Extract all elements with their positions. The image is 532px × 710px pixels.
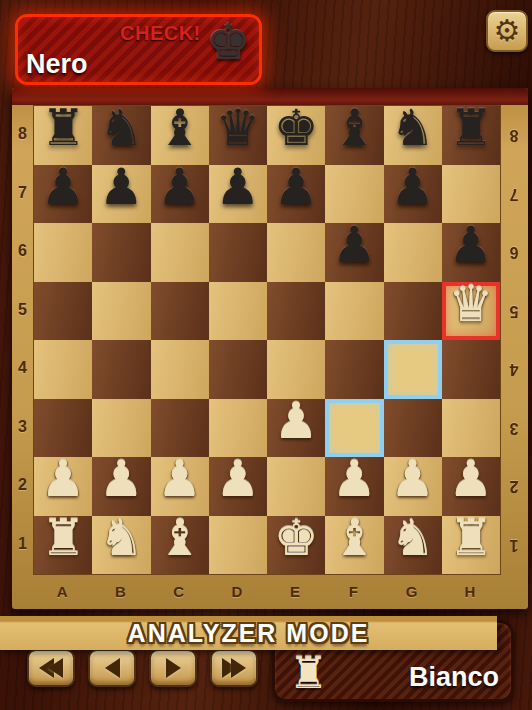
rank-label-left-7: 7	[12, 164, 33, 223]
chess-board: 87654321 87654321 ♜♞♝♛♚♝♞♜♟♟♟♟♟♟♟♟♛♟♟♟♟♟…	[12, 88, 528, 609]
square-f2[interactable]: ♟	[325, 457, 383, 516]
board-top-edge	[12, 88, 528, 105]
white-pawn-h2: ♟	[442, 450, 500, 508]
square-h4[interactable]	[442, 340, 500, 399]
square-b7[interactable]: ♟	[92, 165, 150, 224]
square-a4[interactable]	[34, 340, 92, 399]
file-label-h: H	[441, 573, 499, 609]
square-f7[interactable]	[325, 165, 383, 224]
rank-label-left-8: 8	[12, 105, 33, 164]
rank-label-right-6: 6	[500, 222, 528, 281]
square-g1[interactable]: ♞	[384, 516, 442, 575]
settings-button[interactable]: ⚙	[486, 10, 528, 52]
square-d7[interactable]: ♟	[209, 165, 267, 224]
square-a2[interactable]: ♟	[34, 457, 92, 516]
square-e1[interactable]: ♚	[267, 516, 325, 575]
square-b8[interactable]: ♞	[92, 106, 150, 165]
square-c6[interactable]	[151, 223, 209, 282]
black-pawn-b7: ♟	[92, 158, 150, 216]
white-pawn-f2: ♟	[325, 450, 383, 508]
square-h6[interactable]: ♟	[442, 223, 500, 282]
square-d4[interactable]	[209, 340, 267, 399]
square-g5[interactable]	[384, 282, 442, 341]
black-rook-a8: ♜	[34, 99, 92, 157]
square-d5[interactable]	[209, 282, 267, 341]
black-bishop-f8: ♝	[325, 99, 383, 157]
rank-label-left-2: 2	[12, 456, 33, 515]
rank-labels-left: 87654321	[12, 105, 33, 573]
square-g2[interactable]: ♟	[384, 457, 442, 516]
square-h5[interactable]: ♛	[442, 282, 500, 341]
square-f3[interactable]	[325, 399, 383, 458]
black-knight-g8: ♞	[384, 99, 442, 157]
rank-label-left-5: 5	[12, 281, 33, 340]
square-e2[interactable]	[267, 457, 325, 516]
white-knight-g1: ♞	[384, 509, 442, 567]
square-a6[interactable]	[34, 223, 92, 282]
square-a5[interactable]	[34, 282, 92, 341]
file-label-g: G	[383, 573, 441, 609]
rank-label-right-3: 3	[500, 398, 528, 457]
white-rook-a1: ♜	[34, 509, 92, 567]
black-pawn-c7: ♟	[151, 158, 209, 216]
square-e8[interactable]: ♚	[267, 106, 325, 165]
white-knight-b1: ♞	[92, 509, 150, 567]
white-rook-h1: ♜	[442, 509, 500, 567]
white-pawn-d2: ♟	[209, 450, 267, 508]
square-h7[interactable]	[442, 165, 500, 224]
square-c7[interactable]: ♟	[151, 165, 209, 224]
square-a1[interactable]: ♜	[34, 516, 92, 575]
square-g6[interactable]	[384, 223, 442, 282]
square-e5[interactable]	[267, 282, 325, 341]
white-bishop-c1: ♝	[151, 509, 209, 567]
square-a8[interactable]: ♜	[34, 106, 92, 165]
black-queen-d8: ♛	[209, 99, 267, 157]
square-d3[interactable]	[209, 399, 267, 458]
rank-labels-right: 87654321	[500, 105, 528, 573]
black-pawn-h6: ♟	[442, 216, 500, 274]
file-label-f: F	[324, 573, 382, 609]
rank-label-left-1: 1	[12, 515, 33, 574]
white-pawn-g2: ♟	[384, 450, 442, 508]
step-back-button[interactable]	[88, 649, 136, 687]
black-pawn-d7: ♟	[209, 158, 267, 216]
black-knight-b8: ♞	[92, 99, 150, 157]
white-bishop-f1: ♝	[325, 509, 383, 567]
square-f8[interactable]: ♝	[325, 106, 383, 165]
rank-label-right-1: 1	[500, 515, 528, 574]
white-king-e1: ♚	[267, 509, 325, 567]
square-g8[interactable]: ♞	[384, 106, 442, 165]
square-c2[interactable]: ♟	[151, 457, 209, 516]
rank-label-left-3: 3	[12, 398, 33, 457]
rank-label-right-2: 2	[500, 456, 528, 515]
square-c4[interactable]	[151, 340, 209, 399]
skip-to-start-button[interactable]	[27, 649, 75, 687]
check-status: CHECK!	[120, 22, 201, 45]
double-left-arrow-icon	[39, 658, 63, 678]
square-c8[interactable]: ♝	[151, 106, 209, 165]
file-label-c: C	[150, 573, 208, 609]
square-e6[interactable]	[267, 223, 325, 282]
board-squares: ♜♞♝♛♚♝♞♜♟♟♟♟♟♟♟♟♛♟♟♟♟♟♟♟♟♜♞♝♚♝♞♜	[33, 105, 501, 575]
black-pawn-f6: ♟	[325, 216, 383, 274]
square-h8[interactable]: ♜	[442, 106, 500, 165]
square-c1[interactable]: ♝	[151, 516, 209, 575]
file-label-a: A	[33, 573, 91, 609]
square-g7[interactable]: ♟	[384, 165, 442, 224]
white-pawn-c2: ♟	[151, 450, 209, 508]
square-f4[interactable]	[325, 340, 383, 399]
black-pawn-e7: ♟	[267, 158, 325, 216]
left-arrow-icon	[105, 658, 120, 678]
rank-label-left-6: 6	[12, 222, 33, 281]
file-label-d: D	[208, 573, 266, 609]
analyzer-mode-label: ANALYZER MODE	[128, 619, 370, 648]
analyzer-mode-banner: ANALYZER MODE	[0, 616, 497, 650]
step-forward-button[interactable]	[149, 649, 197, 687]
square-h1[interactable]: ♜	[442, 516, 500, 575]
square-h2[interactable]: ♟	[442, 457, 500, 516]
square-c5[interactable]	[151, 282, 209, 341]
file-labels-bottom: ABCDEFGH	[33, 573, 499, 609]
black-pawn-g7: ♟	[384, 158, 442, 216]
black-rook-h8: ♜	[442, 99, 500, 157]
square-f6[interactable]: ♟	[325, 223, 383, 282]
white-rook-icon: ♜	[289, 649, 328, 697]
white-pawn-b2: ♟	[92, 450, 150, 508]
black-king-icon: ♚	[206, 13, 251, 71]
gear-icon: ⚙	[494, 16, 521, 46]
square-e3[interactable]: ♟	[267, 399, 325, 458]
white-queen-h5: ♛	[442, 275, 500, 333]
square-b2[interactable]: ♟	[92, 457, 150, 516]
black-player-name: Nero	[26, 49, 88, 80]
skip-to-end-button[interactable]	[210, 649, 258, 687]
square-b1[interactable]: ♞	[92, 516, 150, 575]
chess-app-screen: CHECK! Nero ♚ ⚙ 87654321 87654321 ♜♞♝♛♚♝…	[0, 0, 532, 710]
white-pawn-a2: ♟	[34, 450, 92, 508]
square-d8[interactable]: ♛	[209, 106, 267, 165]
file-label-b: B	[91, 573, 149, 609]
square-d1[interactable]	[209, 516, 267, 575]
black-bishop-c8: ♝	[151, 99, 209, 157]
square-d6[interactable]	[209, 223, 267, 282]
black-pawn-a7: ♟	[34, 158, 92, 216]
square-g3[interactable]	[384, 399, 442, 458]
rank-label-right-5: 5	[500, 281, 528, 340]
white-pawn-e3: ♟	[267, 392, 325, 450]
square-a7[interactable]: ♟	[34, 165, 92, 224]
square-a3[interactable]	[34, 399, 92, 458]
rank-label-right-7: 7	[500, 164, 528, 223]
square-d2[interactable]: ♟	[209, 457, 267, 516]
square-f5[interactable]	[325, 282, 383, 341]
square-b5[interactable]	[92, 282, 150, 341]
square-b3[interactable]	[92, 399, 150, 458]
square-e7[interactable]: ♟	[267, 165, 325, 224]
square-b6[interactable]	[92, 223, 150, 282]
square-c3[interactable]	[151, 399, 209, 458]
rank-label-right-8: 8	[500, 105, 528, 164]
white-player-name: Bianco	[409, 662, 499, 693]
rank-label-right-4: 4	[500, 339, 528, 398]
square-b4[interactable]	[92, 340, 150, 399]
rank-label-left-4: 4	[12, 339, 33, 398]
right-arrow-icon	[166, 658, 181, 678]
file-label-e: E	[266, 573, 324, 609]
square-f1[interactable]: ♝	[325, 516, 383, 575]
black-player-panel: CHECK! Nero ♚	[15, 14, 262, 85]
square-e4[interactable]	[267, 340, 325, 399]
black-king-e8: ♚	[267, 99, 325, 157]
square-h3[interactable]	[442, 399, 500, 458]
double-right-arrow-icon	[222, 658, 246, 678]
square-g4[interactable]	[384, 340, 442, 399]
